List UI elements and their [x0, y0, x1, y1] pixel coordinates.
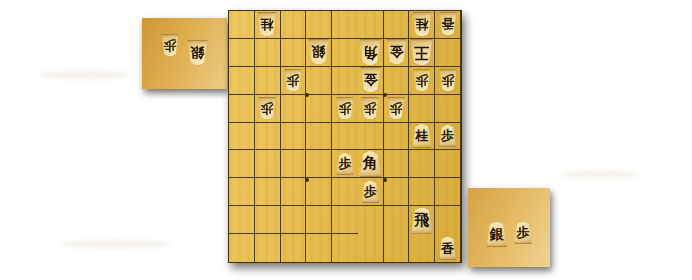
- shogi-piece-lance[interactable]: 香: [439, 12, 457, 36]
- board-cell[interactable]: 桂: [409, 11, 435, 39]
- board-cell[interactable]: [409, 150, 435, 178]
- board-cell[interactable]: [229, 123, 255, 151]
- shogi-piece-pawn[interactable]: 歩: [284, 69, 302, 92]
- board-cell[interactable]: 金: [358, 67, 384, 95]
- board-cell[interactable]: 銀: [306, 39, 332, 67]
- board-cell[interactable]: [332, 39, 358, 67]
- shogi-piece-pawn[interactable]: 歩: [361, 180, 379, 203]
- shogi-piece-pawn[interactable]: 歩: [439, 124, 457, 147]
- board-cell[interactable]: [281, 178, 307, 206]
- board-cell[interactable]: [332, 11, 358, 39]
- board-cell[interactable]: [281, 11, 307, 39]
- board-cell[interactable]: [409, 178, 435, 206]
- shogi-piece-pawn[interactable]: 歩: [439, 69, 457, 92]
- star-point: [383, 93, 387, 97]
- shogi-piece-pawn[interactable]: 歩: [361, 97, 379, 120]
- star-point: [305, 178, 309, 182]
- board-cell[interactable]: 桂: [255, 11, 281, 39]
- shogi-piece-silver[interactable]: 銀: [308, 39, 329, 65]
- board-cell[interactable]: [306, 67, 332, 95]
- board-cell[interactable]: [281, 234, 307, 262]
- board-cell[interactable]: [255, 206, 281, 234]
- shogi-piece-pawn[interactable]: 歩: [258, 97, 276, 120]
- board-cell[interactable]: [332, 123, 358, 151]
- board-cell[interactable]: [435, 95, 461, 123]
- board-grid: 桂桂香銀角金王歩金歩歩歩歩歩歩桂歩歩角歩飛香: [229, 11, 461, 262]
- board-cell[interactable]: [409, 95, 435, 123]
- sente-piece-stand: 銀歩: [468, 188, 550, 267]
- board-cell[interactable]: 飛: [409, 206, 435, 234]
- board-cell[interactable]: 歩: [358, 95, 384, 123]
- shogi-piece-pawn[interactable]: 歩: [336, 152, 354, 175]
- star-point: [305, 93, 309, 97]
- board-cell[interactable]: [281, 150, 307, 178]
- board-cell[interactable]: 香: [435, 234, 461, 262]
- board-cell[interactable]: [358, 123, 384, 151]
- board-cell[interactable]: [435, 206, 461, 234]
- board-cell[interactable]: [435, 150, 461, 178]
- board-cell[interactable]: [384, 123, 410, 151]
- shogi-piece-pawn[interactable]: 歩: [387, 97, 405, 120]
- board-cell[interactable]: [306, 234, 332, 262]
- board-cell[interactable]: 歩: [409, 67, 435, 95]
- board-cell[interactable]: [384, 206, 410, 234]
- board-cell[interactable]: [384, 150, 410, 178]
- board-cell[interactable]: 歩: [384, 95, 410, 123]
- board-cell[interactable]: [229, 234, 255, 262]
- board-cell[interactable]: 歩: [332, 150, 358, 178]
- shogi-board: 桂桂香銀角金王歩金歩歩歩歩歩歩桂歩歩角歩飛香: [228, 10, 462, 263]
- shogi-piece-king[interactable]: 王: [410, 39, 433, 66]
- board-cell[interactable]: 歩: [435, 67, 461, 95]
- shogi-piece-knight[interactable]: 桂: [257, 12, 277, 37]
- board-cell[interactable]: [281, 39, 307, 67]
- gote-piece-stand: 歩銀: [142, 18, 227, 89]
- shogi-piece-lance[interactable]: 香: [439, 236, 457, 260]
- board-cell[interactable]: [435, 178, 461, 206]
- board-cell[interactable]: [306, 206, 332, 234]
- shogi-piece-gold[interactable]: 金: [360, 67, 381, 93]
- board-cell[interactable]: 歩: [255, 95, 281, 123]
- shogi-piece-bishop[interactable]: 角: [359, 150, 381, 177]
- shogi-piece-knight[interactable]: 桂: [412, 123, 432, 148]
- shogi-piece-pawn[interactable]: 歩: [413, 69, 431, 92]
- board-cell[interactable]: [306, 123, 332, 151]
- board-cell[interactable]: [229, 178, 255, 206]
- board-cell[interactable]: [229, 150, 255, 178]
- board-cell[interactable]: [255, 123, 281, 151]
- shogi-piece-knight[interactable]: 桂: [412, 12, 432, 37]
- board-cell[interactable]: [255, 178, 281, 206]
- board-cell[interactable]: 香: [435, 11, 461, 39]
- shogi-piece-bishop[interactable]: 角: [359, 39, 381, 66]
- board-cell[interactable]: [255, 67, 281, 95]
- shogi-piece-rook[interactable]: 飛: [411, 207, 433, 234]
- board-cell[interactable]: [332, 206, 358, 234]
- board-cell[interactable]: [306, 11, 332, 39]
- wood-grain-knot: [40, 70, 130, 80]
- shogi-piece-pawn[interactable]: 歩: [161, 34, 179, 57]
- board-cell[interactable]: [229, 39, 255, 67]
- board-cell[interactable]: [229, 67, 255, 95]
- board-cell[interactable]: [409, 234, 435, 262]
- board-cell[interactable]: [358, 206, 384, 234]
- board-cell[interactable]: 歩: [435, 123, 461, 151]
- board-cell[interactable]: [281, 95, 307, 123]
- wood-grain-knot: [60, 240, 170, 249]
- board-cell[interactable]: 歩: [332, 95, 358, 123]
- board-cell[interactable]: [306, 95, 332, 123]
- board-cell[interactable]: [255, 39, 281, 67]
- board-cell[interactable]: [358, 234, 384, 262]
- board-cell[interactable]: 歩: [281, 67, 307, 95]
- shogi-piece-pawn[interactable]: 歩: [336, 97, 354, 120]
- board-cell[interactable]: [332, 178, 358, 206]
- board-cell[interactable]: 金: [384, 39, 410, 67]
- board-cell[interactable]: [281, 206, 307, 234]
- shogi-piece-silver[interactable]: 銀: [187, 40, 208, 66]
- board-cell[interactable]: 桂: [409, 123, 435, 151]
- board-cell[interactable]: 歩: [358, 178, 384, 206]
- board-cell[interactable]: [255, 234, 281, 262]
- board-cell[interactable]: 王: [409, 39, 435, 67]
- board-cell[interactable]: [332, 67, 358, 95]
- board-cell[interactable]: [229, 11, 255, 39]
- board-cell[interactable]: [435, 39, 461, 67]
- board-cell[interactable]: 角: [358, 39, 384, 67]
- board-cell[interactable]: [306, 150, 332, 178]
- board-cell[interactable]: [358, 11, 384, 39]
- board-cell[interactable]: [229, 95, 255, 123]
- board-cell[interactable]: [306, 178, 332, 206]
- board-cell[interactable]: 角: [358, 150, 384, 178]
- wood-grain-knot: [560, 170, 640, 179]
- star-point: [383, 178, 387, 182]
- board-cell[interactable]: [229, 206, 255, 234]
- board-cell[interactable]: [384, 11, 410, 39]
- board-cell[interactable]: [384, 234, 410, 262]
- shogi-piece-gold[interactable]: 金: [386, 39, 407, 65]
- board-cell[interactable]: [332, 234, 358, 262]
- shogi-scene: 歩銀 桂桂香銀角金王歩金歩歩歩歩歩歩桂歩歩角歩飛香 銀歩: [0, 0, 692, 280]
- board-cell[interactable]: [384, 178, 410, 206]
- board-cell[interactable]: [384, 67, 410, 95]
- shogi-piece-silver[interactable]: 銀: [486, 221, 507, 247]
- board-cell[interactable]: [255, 150, 281, 178]
- board-cell[interactable]: [281, 123, 307, 151]
- shogi-piece-pawn[interactable]: 歩: [514, 221, 532, 244]
